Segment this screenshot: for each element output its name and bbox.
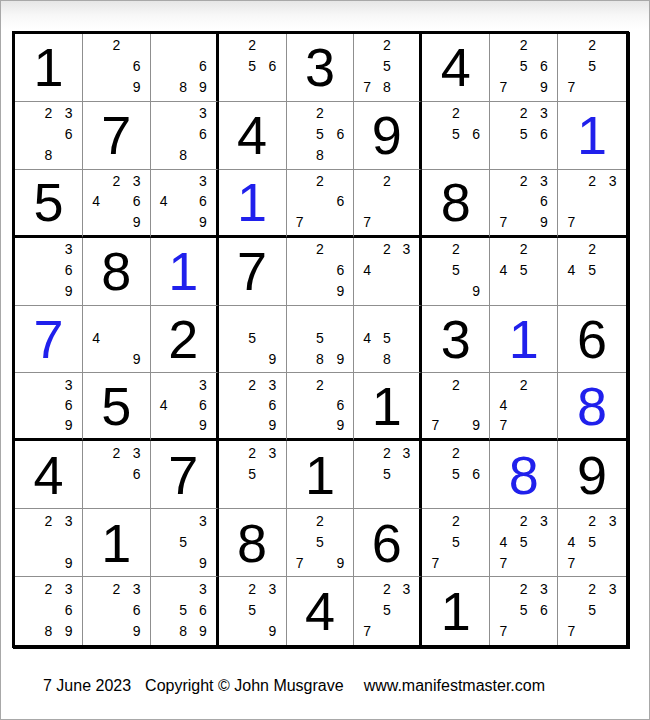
cell-r1c9[interactable]: 257 (558, 34, 626, 102)
candidate-empty (59, 531, 79, 552)
candidate-3: 3 (59, 578, 79, 599)
candidate-8: 8 (377, 77, 397, 98)
cell-r4c9[interactable]: 245 (558, 238, 626, 306)
candidate-2: 2 (377, 442, 397, 463)
pencil-marks: 257 (425, 510, 486, 573)
cell-r2c1[interactable]: 2368 (15, 102, 83, 170)
candidate-empty (38, 124, 58, 145)
candidate-empty (242, 395, 262, 415)
candidate-6: 6 (534, 124, 554, 145)
candidate-empty (330, 307, 350, 328)
cell-r7c5[interactable]: 1 (287, 441, 355, 509)
candidate-5: 5 (377, 463, 397, 484)
cell-r6c3[interactable]: 3469 (151, 373, 219, 441)
candidate-empty (466, 374, 486, 394)
candidate-6: 6 (534, 56, 554, 77)
cell-r8c6[interactable]: 6 (354, 509, 422, 577)
candidate-2: 2 (514, 239, 534, 260)
candidate-6: 6 (193, 599, 213, 620)
candidate-9: 9 (193, 415, 213, 435)
candidate-empty (154, 531, 174, 552)
candidate-9: 9 (193, 77, 213, 98)
candidate-empty (173, 395, 193, 415)
cell-r9c7[interactable]: 1 (422, 577, 490, 645)
candidate-empty (154, 103, 174, 124)
candidate-empty (330, 103, 350, 124)
cell-r4c3[interactable]: 1 (151, 238, 219, 306)
cell-r7c6[interactable]: 235 (354, 441, 422, 509)
sudoku-board: 1269689256325784256792572368736842568925… (12, 31, 629, 648)
given-digit: 4 (33, 448, 63, 502)
candidate-empty (18, 281, 38, 302)
cell-r4c5[interactable]: 269 (287, 238, 355, 306)
candidate-empty (18, 415, 38, 435)
cell-r2c4[interactable]: 4 (219, 102, 287, 170)
candidate-empty (18, 145, 38, 166)
candidate-empty (18, 621, 38, 642)
candidate-empty (38, 531, 58, 552)
cell-r7c9[interactable]: 9 (558, 441, 626, 509)
candidate-2: 2 (582, 239, 603, 260)
candidate-empty (242, 484, 262, 505)
candidate-empty (290, 415, 310, 435)
candidate-9: 9 (534, 211, 554, 231)
pencil-marks: 269 (290, 239, 351, 302)
candidate-empty (582, 77, 603, 98)
cell-r6c1[interactable]: 369 (15, 373, 83, 441)
candidate-9: 9 (262, 348, 282, 369)
cell-r9c3[interactable]: 35689 (151, 577, 219, 645)
given-digit: 1 (33, 40, 63, 94)
candidate-9: 9 (126, 348, 146, 369)
candidate-empty (602, 56, 623, 77)
candidate-empty (357, 442, 377, 463)
given-digit: 2 (168, 312, 198, 366)
candidate-empty (582, 211, 603, 231)
cell-r1c1[interactable]: 1 (15, 34, 83, 102)
pencil-marks: 23469 (86, 171, 147, 232)
candidate-empty (154, 56, 174, 77)
cell-r2c2[interactable]: 7 (83, 102, 151, 170)
candidate-2: 2 (446, 442, 466, 463)
cell-r1c6[interactable]: 2578 (354, 34, 422, 102)
pencil-marks: 259 (425, 239, 486, 302)
candidate-8: 8 (310, 348, 330, 369)
cell-r6c4[interactable]: 2369 (219, 373, 287, 441)
candidate-empty (106, 77, 126, 98)
candidate-3: 3 (59, 103, 79, 124)
candidate-empty (290, 239, 310, 260)
candidate-empty (602, 77, 623, 98)
pencil-marks: 234 (357, 239, 416, 302)
cell-r9c8[interactable]: 23567 (490, 577, 558, 645)
candidate-empty (173, 35, 193, 56)
candidate-empty (126, 328, 146, 349)
cell-r8c2[interactable]: 1 (83, 509, 151, 577)
cell-r6c5[interactable]: 269 (287, 373, 355, 441)
candidate-5: 5 (173, 599, 193, 620)
candidate-empty (310, 260, 330, 281)
candidate-empty (222, 599, 242, 620)
candidate-empty (18, 260, 38, 281)
given-digit: 1 (372, 379, 402, 433)
candidate-empty (86, 56, 106, 77)
candidate-empty (193, 145, 213, 166)
candidate-empty (534, 552, 554, 573)
candidate-empty (154, 621, 174, 642)
candidate-5: 5 (377, 328, 397, 349)
cell-r2c7[interactable]: 256 (422, 102, 490, 170)
pencil-marks: 256 (425, 442, 486, 505)
candidate-6: 6 (193, 56, 213, 77)
pencil-marks: 239 (18, 510, 79, 573)
candidate-2: 2 (310, 103, 330, 124)
cell-r7c2[interactable]: 236 (83, 441, 151, 509)
pencil-marks: 458 (357, 307, 416, 370)
user-entered-digit: 1 (168, 244, 198, 298)
candidate-6: 6 (534, 191, 554, 211)
candidate-2: 2 (38, 103, 58, 124)
candidate-7: 7 (493, 552, 513, 573)
pencil-marks: 2368 (18, 103, 79, 166)
candidate-empty (262, 484, 282, 505)
candidate-empty (493, 374, 513, 394)
pencil-marks: 59 (222, 307, 283, 370)
candidate-empty (38, 599, 58, 620)
candidate-empty (493, 171, 513, 191)
pencil-marks: 23679 (493, 171, 554, 232)
cell-r5c6[interactable]: 458 (354, 306, 422, 374)
cell-r1c3[interactable]: 689 (151, 34, 219, 102)
pencil-marks: 235 (357, 442, 416, 505)
candidate-empty (86, 171, 106, 191)
candidate-empty (18, 374, 38, 394)
candidate-empty (397, 77, 417, 98)
candidate-3: 3 (534, 171, 554, 191)
candidate-4: 4 (561, 260, 582, 281)
candidate-empty (38, 415, 58, 435)
candidate-empty (290, 374, 310, 394)
cell-r5c5[interactable]: 589 (287, 306, 355, 374)
cell-r3c9[interactable]: 237 (558, 170, 626, 238)
candidate-3: 3 (193, 578, 213, 599)
candidate-2: 2 (106, 442, 126, 463)
candidate-empty (222, 415, 242, 435)
candidate-7: 7 (561, 552, 582, 573)
candidate-empty (534, 374, 554, 394)
candidate-8: 8 (173, 77, 193, 98)
pencil-marks: 23457 (561, 510, 623, 573)
candidate-6: 6 (262, 56, 282, 77)
candidate-empty (106, 328, 126, 349)
candidate-empty (397, 328, 417, 349)
candidate-empty (106, 463, 126, 484)
candidate-5: 5 (446, 124, 466, 145)
cell-r8c7[interactable]: 257 (422, 509, 490, 577)
given-digit: 4 (441, 40, 471, 94)
candidate-empty (86, 621, 106, 642)
given-digit: 7 (237, 244, 267, 298)
candidate-empty (290, 191, 310, 211)
candidate-7: 7 (561, 77, 582, 98)
candidate-empty (86, 211, 106, 231)
cell-r8c9[interactable]: 23457 (558, 509, 626, 577)
candidate-2: 2 (377, 239, 397, 260)
cell-r8c1[interactable]: 239 (15, 509, 83, 577)
cell-r5c2[interactable]: 49 (83, 306, 151, 374)
candidate-5: 5 (582, 56, 603, 77)
candidate-empty (514, 415, 534, 435)
candidate-empty (466, 239, 486, 260)
candidate-empty (397, 260, 417, 281)
candidate-3: 3 (262, 578, 282, 599)
candidate-9: 9 (59, 415, 79, 435)
candidate-3: 3 (602, 171, 623, 191)
cell-r4c7[interactable]: 259 (422, 238, 490, 306)
candidate-empty (466, 552, 486, 573)
candidate-empty (425, 239, 445, 260)
cell-r3c7[interactable]: 8 (422, 170, 490, 238)
candidate-empty (534, 395, 554, 415)
candidate-empty (425, 510, 445, 531)
cell-r2c9[interactable]: 1 (558, 102, 626, 170)
candidate-empty (18, 239, 38, 260)
cell-r2c8[interactable]: 2356 (490, 102, 558, 170)
cell-r8c3[interactable]: 359 (151, 509, 219, 577)
candidate-empty (397, 307, 417, 328)
candidate-5: 5 (514, 260, 534, 281)
candidate-9: 9 (193, 552, 213, 573)
cell-r6c6[interactable]: 1 (354, 373, 422, 441)
candidate-empty (126, 35, 146, 56)
cell-r4c2[interactable]: 8 (83, 238, 151, 306)
cell-r1c8[interactable]: 25679 (490, 34, 558, 102)
cell-r3c6[interactable]: 27 (354, 170, 422, 238)
candidate-empty (290, 260, 310, 281)
candidate-empty (602, 191, 623, 211)
given-digit: 9 (372, 108, 402, 162)
cell-r9c4[interactable]: 2359 (219, 577, 287, 645)
candidate-empty (18, 552, 38, 573)
candidate-empty (446, 552, 466, 573)
cell-r1c7[interactable]: 4 (422, 34, 490, 102)
cell-r9c6[interactable]: 2357 (354, 577, 422, 645)
candidate-2: 2 (582, 510, 603, 531)
candidate-empty (602, 35, 623, 56)
candidate-empty (86, 442, 106, 463)
candidate-empty (262, 307, 282, 328)
candidate-4: 4 (493, 531, 513, 552)
cell-r5c9[interactable]: 6 (558, 306, 626, 374)
candidate-empty (154, 599, 174, 620)
cell-r3c2[interactable]: 23469 (83, 170, 151, 238)
candidate-9: 9 (126, 211, 146, 231)
cell-r1c2[interactable]: 269 (83, 34, 151, 102)
cell-r2c3[interactable]: 368 (151, 102, 219, 170)
given-digit: 1 (101, 516, 131, 570)
candidate-7: 7 (425, 415, 445, 435)
candidate-5: 5 (242, 599, 262, 620)
candidate-empty (173, 191, 193, 211)
candidate-empty (357, 35, 377, 56)
candidate-empty (290, 281, 310, 302)
cell-r9c5[interactable]: 4 (287, 577, 355, 645)
cell-r2c6[interactable]: 9 (354, 102, 422, 170)
candidate-empty (493, 599, 513, 620)
candidate-empty (290, 124, 310, 145)
cell-r7c3[interactable]: 7 (151, 441, 219, 509)
cell-r6c2[interactable]: 5 (83, 373, 151, 441)
candidate-5: 5 (310, 328, 330, 349)
candidate-9: 9 (193, 621, 213, 642)
candidate-7: 7 (425, 552, 445, 573)
candidate-3: 3 (534, 510, 554, 531)
candidate-2: 2 (310, 510, 330, 531)
cell-r6c7[interactable]: 279 (422, 373, 490, 441)
given-digit: 3 (305, 40, 335, 94)
candidate-empty (106, 211, 126, 231)
candidate-empty (493, 281, 513, 302)
candidate-empty (126, 307, 146, 328)
candidate-5: 5 (173, 531, 193, 552)
cell-r9c9[interactable]: 2357 (558, 577, 626, 645)
cell-r8c8[interactable]: 23457 (490, 509, 558, 577)
cell-r3c8[interactable]: 23679 (490, 170, 558, 238)
candidate-2: 2 (582, 35, 603, 56)
candidate-empty (222, 328, 242, 349)
candidate-empty (425, 484, 445, 505)
candidate-5: 5 (310, 124, 330, 145)
candidate-8: 8 (310, 145, 330, 166)
pencil-marks: 235 (222, 442, 283, 505)
cell-r5c7[interactable]: 3 (422, 306, 490, 374)
candidate-5: 5 (242, 328, 262, 349)
candidate-empty (357, 239, 377, 260)
candidate-5: 5 (582, 599, 603, 620)
candidate-3: 3 (397, 239, 417, 260)
cell-r5c1[interactable]: 7 (15, 306, 83, 374)
candidate-5: 5 (377, 56, 397, 77)
candidate-9: 9 (534, 77, 554, 98)
pencil-marks: 589 (290, 307, 351, 370)
candidate-empty (357, 348, 377, 369)
candidate-empty (290, 307, 310, 328)
candidate-empty (582, 621, 603, 642)
candidate-empty (154, 374, 174, 394)
cell-r7c4[interactable]: 235 (219, 441, 287, 509)
pencil-marks: 2356 (493, 103, 554, 166)
pencil-marks: 25679 (493, 35, 554, 98)
candidate-9: 9 (330, 552, 350, 573)
candidate-2: 2 (446, 374, 466, 394)
candidate-9: 9 (262, 621, 282, 642)
pencil-marks: 247 (493, 374, 554, 435)
cell-r7c7[interactable]: 256 (422, 441, 490, 509)
candidate-7: 7 (493, 415, 513, 435)
cell-r7c8[interactable]: 8 (490, 441, 558, 509)
candidate-8: 8 (173, 621, 193, 642)
candidate-empty (602, 211, 623, 231)
cell-r3c4[interactable]: 1 (219, 170, 287, 238)
cell-r3c1[interactable]: 5 (15, 170, 83, 238)
candidate-2: 2 (310, 239, 330, 260)
candidate-6: 6 (534, 599, 554, 620)
candidate-7: 7 (561, 621, 582, 642)
candidate-7: 7 (357, 211, 377, 231)
candidate-empty (86, 307, 106, 328)
candidate-empty (173, 552, 193, 573)
candidate-6: 6 (330, 191, 350, 211)
candidate-empty (561, 578, 582, 599)
candidate-empty (18, 531, 38, 552)
cell-r2c5[interactable]: 2568 (287, 102, 355, 170)
candidate-3: 3 (126, 171, 146, 191)
candidate-4: 4 (154, 395, 174, 415)
candidate-empty (154, 211, 174, 231)
candidate-3: 3 (59, 510, 79, 531)
candidate-3: 3 (59, 374, 79, 394)
candidate-empty (38, 552, 58, 573)
candidate-empty (222, 77, 242, 98)
cell-r5c4[interactable]: 59 (219, 306, 287, 374)
candidate-empty (173, 510, 193, 531)
candidate-6: 6 (262, 395, 282, 415)
cell-r8c5[interactable]: 2579 (287, 509, 355, 577)
cell-r4c8[interactable]: 245 (490, 238, 558, 306)
candidate-3: 3 (534, 578, 554, 599)
pencil-marks: 267 (290, 171, 351, 232)
pencil-marks: 368 (154, 103, 213, 166)
cell-r4c4[interactable]: 7 (219, 238, 287, 306)
candidate-3: 3 (602, 510, 623, 531)
cell-r5c3[interactable]: 2 (151, 306, 219, 374)
cell-r8c4[interactable]: 8 (219, 509, 287, 577)
candidate-empty (493, 191, 513, 211)
candidate-2: 2 (514, 510, 534, 531)
candidate-empty (602, 281, 623, 302)
pencil-marks: 23457 (493, 510, 554, 573)
candidate-empty (377, 307, 397, 328)
candidate-empty (357, 281, 377, 302)
cell-r1c5[interactable]: 3 (287, 34, 355, 102)
pencil-marks: 257 (561, 35, 623, 98)
candidate-empty (18, 578, 38, 599)
cell-r1c4[interactable]: 256 (219, 34, 287, 102)
cell-r5c8[interactable]: 1 (490, 306, 558, 374)
candidate-empty (425, 281, 445, 302)
cell-r9c1[interactable]: 23689 (15, 577, 83, 645)
candidate-5: 5 (446, 260, 466, 281)
candidate-7: 7 (357, 77, 377, 98)
candidate-empty (493, 510, 513, 531)
cell-r6c8[interactable]: 247 (490, 373, 558, 441)
cell-r3c3[interactable]: 3469 (151, 170, 219, 238)
candidate-6: 6 (126, 191, 146, 211)
candidate-empty (310, 415, 330, 435)
cell-r4c1[interactable]: 369 (15, 238, 83, 306)
cell-r6c9[interactable]: 8 (558, 373, 626, 441)
candidate-9: 9 (193, 211, 213, 231)
candidate-empty (262, 35, 282, 56)
candidate-3: 3 (126, 578, 146, 599)
candidate-2: 2 (106, 35, 126, 56)
cell-r7c1[interactable]: 4 (15, 441, 83, 509)
cell-r9c2[interactable]: 2369 (83, 577, 151, 645)
cell-r3c5[interactable]: 267 (287, 170, 355, 238)
candidate-2: 2 (446, 239, 466, 260)
cell-r4c6[interactable]: 234 (354, 238, 422, 306)
candidate-empty (222, 463, 242, 484)
